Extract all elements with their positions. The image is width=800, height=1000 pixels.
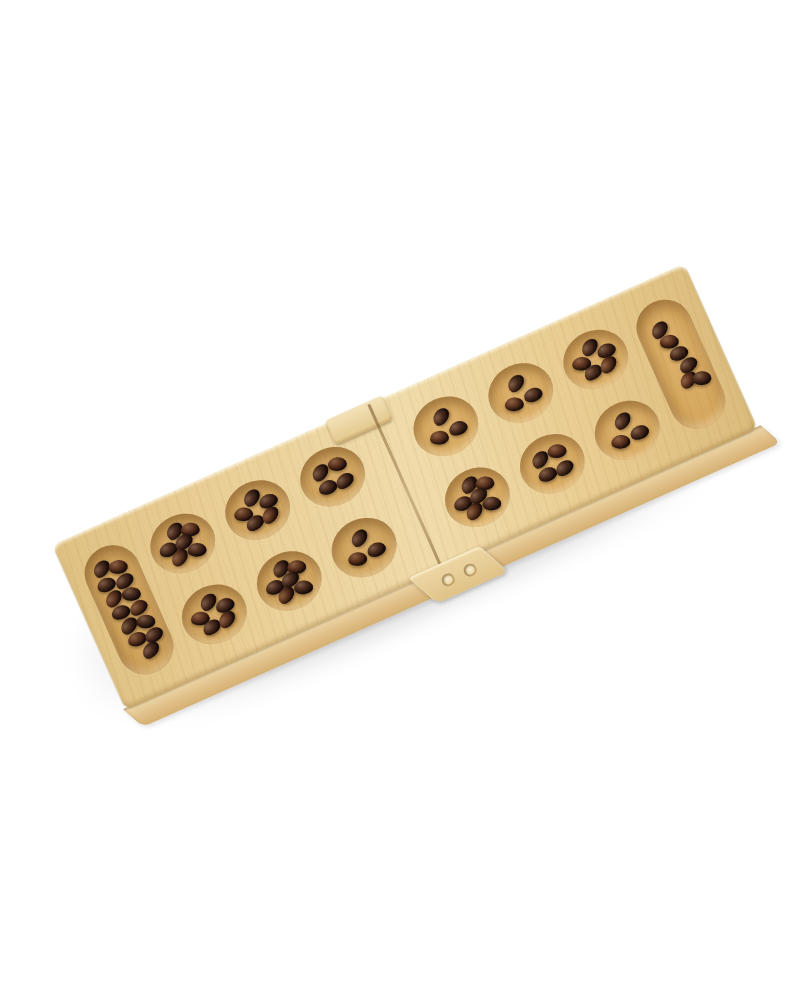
seed <box>611 410 633 433</box>
seed <box>505 372 527 395</box>
pit-top-5[interactable] <box>479 353 563 433</box>
seed <box>347 551 367 567</box>
seed <box>293 580 313 595</box>
seed <box>197 591 219 614</box>
seed <box>446 419 469 439</box>
photo-background <box>0 0 800 1000</box>
seed <box>692 371 712 386</box>
seed <box>504 397 524 413</box>
seed <box>348 527 370 550</box>
seed <box>610 434 630 450</box>
mancala-board <box>52 264 758 710</box>
seed <box>547 444 567 460</box>
pit-top-6[interactable] <box>554 320 638 400</box>
pit-top-2[interactable] <box>216 470 300 550</box>
seed <box>240 487 262 510</box>
pit-bottom-3[interactable] <box>322 508 406 588</box>
seed <box>365 540 388 560</box>
seed <box>187 542 207 557</box>
hinge-pin-icon <box>461 561 478 578</box>
pit-bottom-2[interactable] <box>247 541 331 621</box>
seed <box>521 385 544 405</box>
seed <box>578 336 600 359</box>
seed <box>429 430 449 446</box>
hinge-pin-icon <box>439 571 456 588</box>
pit-bottom-5[interactable] <box>510 424 594 504</box>
seed <box>628 423 651 443</box>
pit-top-3[interactable] <box>291 437 375 517</box>
pit-bottom-1[interactable] <box>172 574 256 654</box>
pit-top-4[interactable] <box>404 386 488 466</box>
seed <box>327 456 347 472</box>
seed <box>481 496 501 511</box>
pit-bottom-4[interactable] <box>435 457 519 537</box>
pit-bottom-6[interactable] <box>585 391 669 471</box>
seed <box>430 406 452 429</box>
pit-top-1[interactable] <box>141 503 225 583</box>
